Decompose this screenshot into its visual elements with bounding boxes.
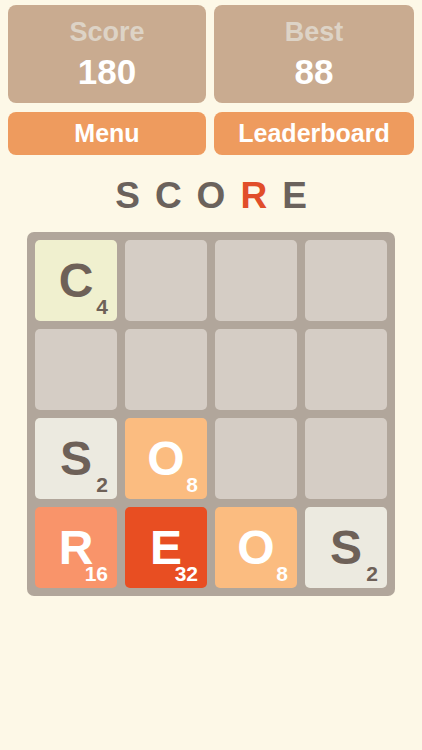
- tile-s-2: S2: [305, 507, 387, 588]
- title-letter: C: [155, 177, 182, 214]
- empty-cell: [215, 329, 297, 410]
- tile-s-2: S2: [35, 418, 117, 499]
- tile-o-8: O8: [125, 418, 207, 499]
- best-panel: Best 88: [214, 5, 414, 103]
- tile-value: 8: [276, 563, 288, 584]
- tile-value: 8: [186, 474, 198, 495]
- score-label: Score: [69, 19, 144, 46]
- tile-value: 2: [366, 563, 378, 584]
- tile-o-8: O8: [215, 507, 297, 588]
- leaderboard-button[interactable]: Leaderboard: [214, 112, 414, 155]
- tile-letter: C: [59, 257, 94, 305]
- empty-cell: [35, 329, 117, 410]
- tile-letter: S: [330, 524, 362, 572]
- title-letter: E: [282, 177, 307, 214]
- empty-cell: [215, 240, 297, 321]
- tile-letter: O: [147, 435, 184, 483]
- best-value: 88: [295, 54, 334, 89]
- game-board[interactable]: C4S2O8R16E32O8S2: [27, 232, 395, 596]
- best-label: Best: [285, 19, 344, 46]
- score-panel: Score 180: [8, 5, 206, 103]
- tile-value: 4: [96, 296, 108, 317]
- tile-value: 2: [96, 474, 108, 495]
- tile-value: 32: [175, 563, 198, 584]
- tile-e-32: E32: [125, 507, 207, 588]
- empty-cell: [125, 240, 207, 321]
- title-letter: R: [240, 177, 267, 214]
- target-word-title: SCORE: [0, 172, 422, 218]
- tile-c-4: C4: [35, 240, 117, 321]
- tile-letter: S: [60, 435, 92, 483]
- empty-cell: [305, 418, 387, 499]
- title-letter: O: [197, 177, 226, 214]
- empty-cell: [305, 329, 387, 410]
- tile-r-16: R16: [35, 507, 117, 588]
- menu-button[interactable]: Menu: [8, 112, 206, 155]
- empty-cell: [125, 329, 207, 410]
- empty-cell: [215, 418, 297, 499]
- empty-cell: [305, 240, 387, 321]
- score-value: 180: [78, 54, 136, 89]
- tile-value: 16: [85, 563, 108, 584]
- title-letter: S: [115, 177, 140, 214]
- tile-letter: O: [237, 524, 274, 572]
- app-screen: Score 180 Best 88 Menu Leaderboard SCORE…: [0, 0, 422, 750]
